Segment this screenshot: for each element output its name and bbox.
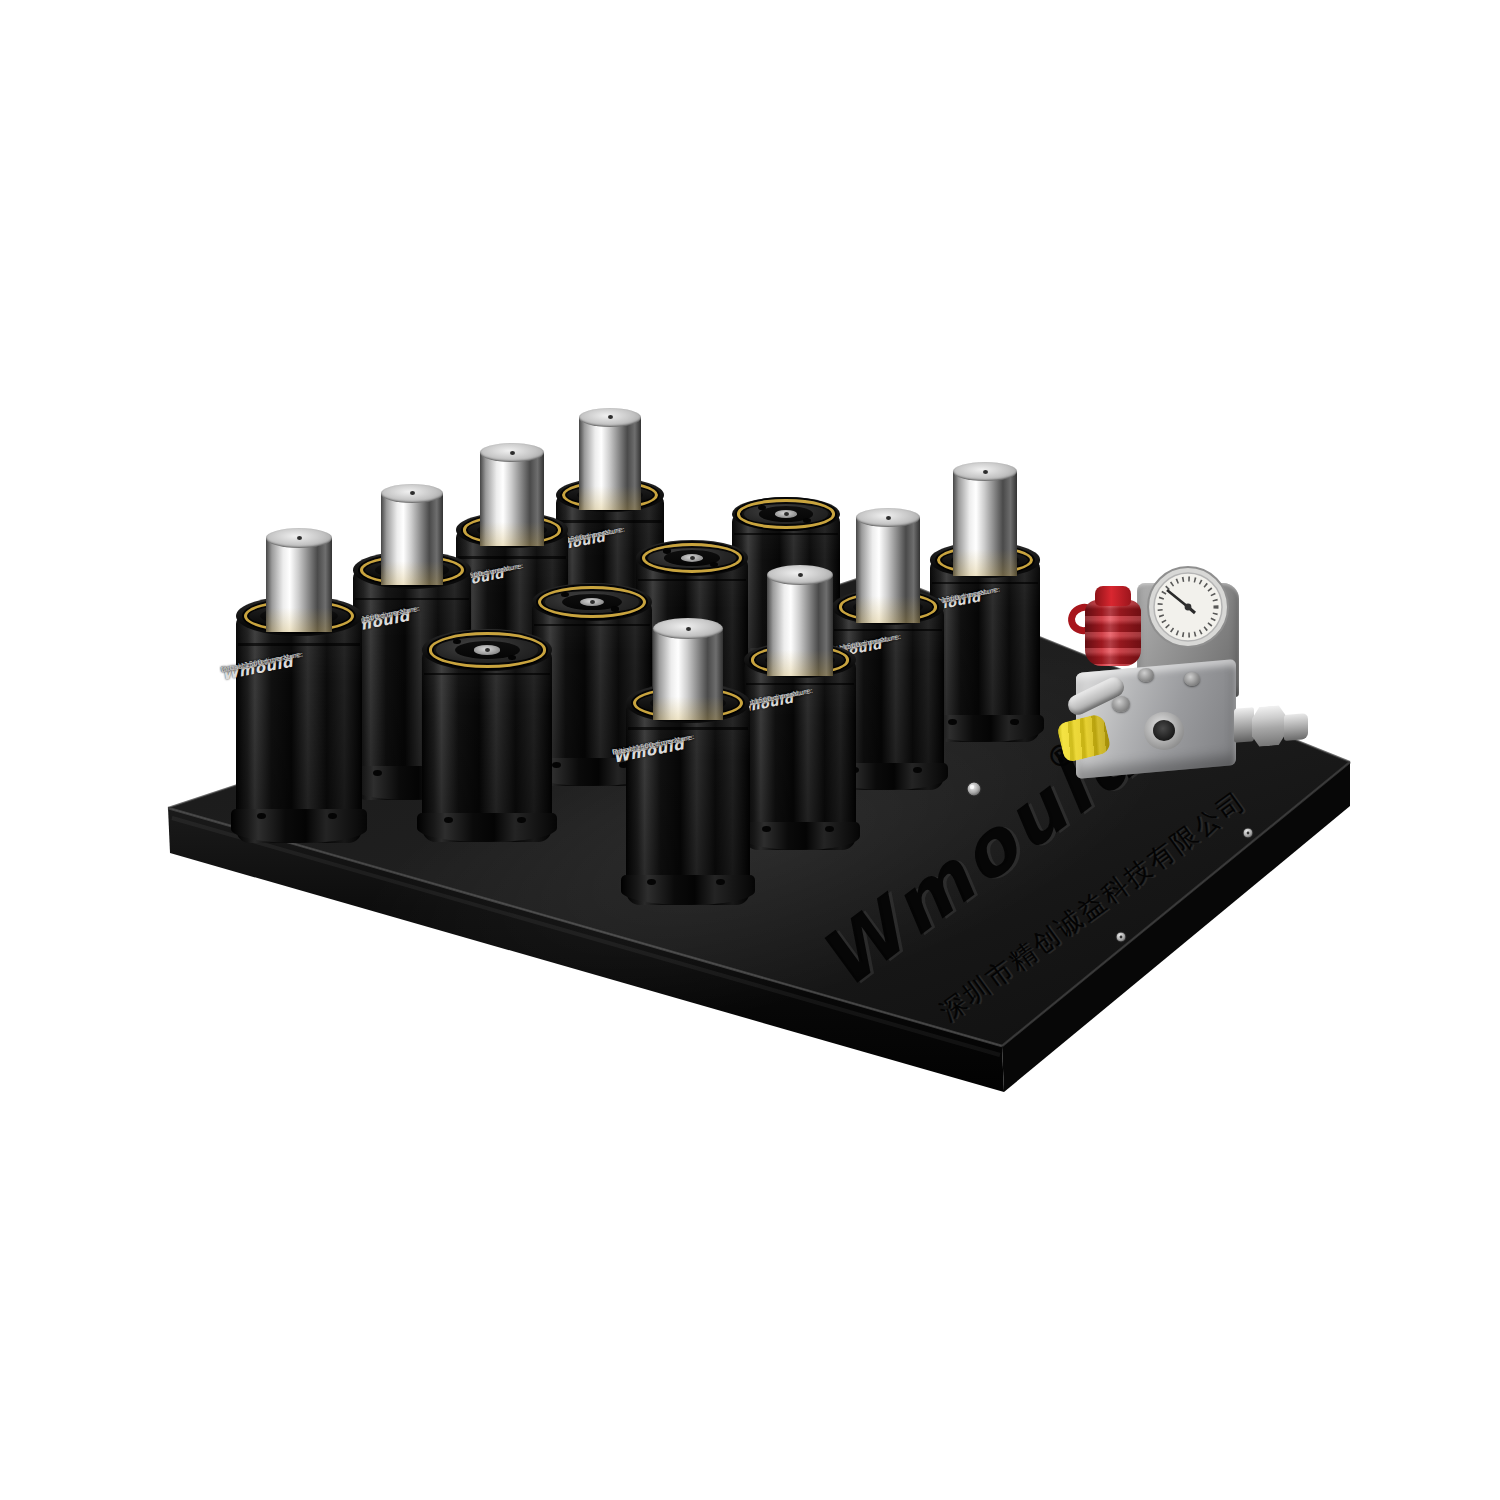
base-flange — [740, 822, 861, 851]
flange-hole — [373, 770, 382, 776]
body-groove — [638, 579, 746, 581]
rod-top-dot — [410, 491, 415, 495]
piston-rod — [480, 453, 544, 546]
rod-top-dot — [686, 627, 691, 631]
rod-top-dot — [297, 536, 302, 540]
piston-center-dot — [690, 556, 695, 560]
piston-rod — [856, 518, 920, 623]
flange-hole — [1010, 719, 1019, 725]
body-groove — [534, 624, 650, 626]
flange-hole — [913, 767, 922, 773]
outlet-fitting-tip — [1284, 713, 1308, 741]
lever-pivot — [1112, 696, 1130, 712]
flange-hole — [716, 879, 725, 885]
piston-rod — [381, 493, 443, 585]
flange-hole — [328, 813, 337, 819]
block-bolt — [1138, 668, 1154, 682]
piston-center-dot — [784, 512, 789, 516]
rod-top-dot — [983, 470, 988, 474]
red-cap-knob — [1095, 586, 1131, 606]
piston-rod — [266, 538, 332, 632]
body-groove — [734, 533, 838, 535]
body-groove — [424, 673, 550, 675]
red-protective-cap — [1085, 600, 1141, 666]
piston-center-dot — [590, 600, 595, 604]
rod-top-dot — [510, 451, 515, 455]
piston-rod — [767, 575, 833, 676]
flange-hole — [762, 826, 771, 832]
rod-top-dot — [608, 415, 613, 419]
outlet-fitting-collar — [1234, 707, 1254, 743]
piston-rod — [653, 629, 723, 720]
flange-hole — [825, 826, 834, 832]
outlet-fitting-nut — [1252, 705, 1286, 748]
face-hole — [561, 592, 569, 598]
block-bolt — [1184, 672, 1200, 686]
rod-top-dot — [798, 573, 803, 577]
base-flange — [621, 875, 755, 905]
product-photo-stage: Wmould Wmould ® 深圳市精创诚益科技有限公司 深圳市精创诚益科技有… — [0, 0, 1500, 1500]
charging-port-hole — [1153, 720, 1175, 741]
valve-gauge-assembly — [1050, 560, 1330, 800]
rod-top-dot — [886, 516, 891, 520]
piston-rod — [579, 417, 641, 510]
pressure-gauge — [1147, 566, 1229, 648]
piston-rod — [953, 472, 1017, 576]
flange-hole — [948, 719, 957, 725]
face-hole — [663, 548, 671, 554]
piston-center-dot — [485, 648, 490, 652]
base-flange — [417, 813, 557, 842]
flange-hole — [647, 879, 656, 885]
face-hole — [508, 655, 516, 661]
face-hole — [611, 606, 619, 612]
base-flange — [231, 809, 367, 843]
